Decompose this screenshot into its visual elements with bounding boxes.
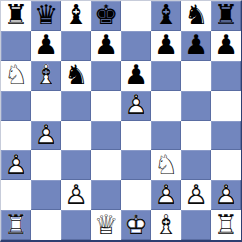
- piece-glyph-outline: ♙: [181, 180, 211, 210]
- square-b6[interactable]: ♝♗: [31, 61, 61, 91]
- square-a1[interactable]: ♜♖: [1, 210, 31, 240]
- square-f4[interactable]: [151, 121, 181, 151]
- square-c1[interactable]: [61, 210, 91, 240]
- square-h1[interactable]: ♜♖: [211, 210, 241, 240]
- square-a5[interactable]: [1, 91, 31, 121]
- square-b5[interactable]: [31, 91, 61, 121]
- square-a2[interactable]: [1, 180, 31, 210]
- chess-board-container: ♜♛♝♚♝♞♜♟♟♟♟♟♞♘♝♗♞♟♟♙♟♙♟♙♞♘♟♙♟♙♟♙♟♙♜♖♛♕♚♔…: [0, 0, 242, 242]
- white-pawn-b4[interactable]: ♟♙: [31, 121, 61, 151]
- square-e8[interactable]: [121, 1, 151, 31]
- piece-glyph-fill: ♜: [211, 1, 241, 31]
- square-e4[interactable]: [121, 121, 151, 151]
- piece-glyph-outline: ♕: [91, 210, 121, 240]
- black-pawn-b7[interactable]: ♟: [31, 31, 61, 61]
- square-f7[interactable]: ♟: [151, 31, 181, 61]
- piece-glyph-outline: ♘: [1, 61, 31, 91]
- square-d2[interactable]: [91, 180, 121, 210]
- piece-glyph-fill: ♟: [181, 31, 211, 61]
- square-a3[interactable]: ♟♙: [1, 150, 31, 180]
- black-king-d8[interactable]: ♚: [91, 1, 121, 31]
- square-e6[interactable]: ♟: [121, 61, 151, 91]
- square-g5[interactable]: [181, 91, 211, 121]
- black-rook-a8[interactable]: ♜: [1, 1, 31, 31]
- square-a4[interactable]: [1, 121, 31, 151]
- piece-glyph-outline: ♘: [151, 150, 181, 180]
- square-h5[interactable]: [211, 91, 241, 121]
- square-e3[interactable]: [121, 150, 151, 180]
- square-h7[interactable]: ♟: [211, 31, 241, 61]
- piece-glyph-outline: ♗: [151, 210, 181, 240]
- square-b4[interactable]: ♟♙: [31, 121, 61, 151]
- square-a7[interactable]: [1, 31, 31, 61]
- piece-glyph-fill: ♜: [1, 1, 31, 31]
- piece-glyph-fill: ♟: [121, 61, 151, 91]
- square-g6[interactable]: [181, 61, 211, 91]
- square-f5[interactable]: [151, 91, 181, 121]
- black-knight-c6[interactable]: ♞: [61, 61, 91, 91]
- square-h6[interactable]: [211, 61, 241, 91]
- square-h2[interactable]: ♟♙: [211, 180, 241, 210]
- square-h4[interactable]: [211, 121, 241, 151]
- black-pawn-f7[interactable]: ♟: [151, 31, 181, 61]
- square-e2[interactable]: [121, 180, 151, 210]
- square-d5[interactable]: [91, 91, 121, 121]
- square-b1[interactable]: [31, 210, 61, 240]
- square-g2[interactable]: ♟♙: [181, 180, 211, 210]
- black-rook-h8[interactable]: ♜: [211, 1, 241, 31]
- white-bishop-f1[interactable]: ♝♗: [151, 210, 181, 240]
- square-c3[interactable]: [61, 150, 91, 180]
- square-c4[interactable]: [61, 121, 91, 151]
- square-d1[interactable]: ♛♕: [91, 210, 121, 240]
- square-g8[interactable]: ♞: [181, 1, 211, 31]
- white-rook-a1[interactable]: ♜♖: [1, 210, 31, 240]
- piece-glyph-fill: ♟: [91, 31, 121, 61]
- piece-glyph-outline: ♙: [151, 180, 181, 210]
- square-h8[interactable]: ♜: [211, 1, 241, 31]
- square-d8[interactable]: ♚: [91, 1, 121, 31]
- white-pawn-h2[interactable]: ♟♙: [211, 180, 241, 210]
- square-h3[interactable]: [211, 150, 241, 180]
- square-f3[interactable]: ♞♘: [151, 150, 181, 180]
- square-d4[interactable]: [91, 121, 121, 151]
- square-b3[interactable]: [31, 150, 61, 180]
- black-knight-g8[interactable]: ♞: [181, 1, 211, 31]
- square-f1[interactable]: ♝♗: [151, 210, 181, 240]
- piece-glyph-fill: ♚: [91, 1, 121, 31]
- white-rook-h1[interactable]: ♜♖: [211, 210, 241, 240]
- piece-glyph-fill: ♟: [31, 31, 61, 61]
- piece-glyph-outline: ♙: [61, 180, 91, 210]
- black-pawn-d7[interactable]: ♟: [91, 31, 121, 61]
- square-c8[interactable]: ♝: [61, 1, 91, 31]
- black-bishop-f8[interactable]: ♝: [151, 1, 181, 31]
- square-d6[interactable]: [91, 61, 121, 91]
- square-g3[interactable]: [181, 150, 211, 180]
- white-bishop-b6[interactable]: ♝♗: [31, 61, 61, 91]
- piece-glyph-fill: ♛: [31, 1, 61, 31]
- square-e7[interactable]: [121, 31, 151, 61]
- black-queen-b8[interactable]: ♛: [31, 1, 61, 31]
- square-c5[interactable]: [61, 91, 91, 121]
- square-c7[interactable]: [61, 31, 91, 61]
- square-d3[interactable]: [91, 150, 121, 180]
- square-b2[interactable]: [31, 180, 61, 210]
- square-d7[interactable]: ♟: [91, 31, 121, 61]
- piece-glyph-fill: ♟: [211, 31, 241, 61]
- square-a6[interactable]: ♞♘: [1, 61, 31, 91]
- white-pawn-c2[interactable]: ♟♙: [61, 180, 91, 210]
- black-bishop-c8[interactable]: ♝: [61, 1, 91, 31]
- square-c2[interactable]: ♟♙: [61, 180, 91, 210]
- chess-board: ♜♛♝♚♝♞♜♟♟♟♟♟♞♘♝♗♞♟♟♙♟♙♟♙♞♘♟♙♟♙♟♙♟♙♜♖♛♕♚♔…: [0, 0, 242, 242]
- square-g7[interactable]: ♟: [181, 31, 211, 61]
- piece-glyph-outline: ♖: [211, 210, 241, 240]
- white-king-e1[interactable]: ♚♔: [121, 210, 151, 240]
- square-g4[interactable]: [181, 121, 211, 151]
- piece-glyph-outline: ♔: [121, 210, 151, 240]
- piece-glyph-fill: ♝: [61, 1, 91, 31]
- piece-glyph-outline: ♖: [1, 210, 31, 240]
- piece-glyph-outline: ♙: [31, 121, 61, 151]
- white-knight-f3[interactable]: ♞♘: [151, 150, 181, 180]
- white-queen-d1[interactable]: ♛♕: [91, 210, 121, 240]
- black-pawn-g7[interactable]: ♟: [181, 31, 211, 61]
- piece-glyph-fill: ♟: [151, 31, 181, 61]
- piece-glyph-outline: ♙: [121, 91, 151, 121]
- black-pawn-h7[interactable]: ♟: [211, 31, 241, 61]
- square-b8[interactable]: ♛: [31, 1, 61, 31]
- black-pawn-e6[interactable]: ♟: [121, 61, 151, 91]
- piece-glyph-fill: ♞: [61, 61, 91, 91]
- piece-glyph-outline: ♙: [1, 150, 31, 180]
- square-c6[interactable]: ♞: [61, 61, 91, 91]
- square-g1[interactable]: [181, 210, 211, 240]
- piece-glyph-outline: ♙: [211, 180, 241, 210]
- white-pawn-a3[interactable]: ♟♙: [1, 150, 31, 180]
- white-pawn-f2[interactable]: ♟♙: [151, 180, 181, 210]
- square-f2[interactable]: ♟♙: [151, 180, 181, 210]
- square-f6[interactable]: [151, 61, 181, 91]
- white-pawn-g2[interactable]: ♟♙: [181, 180, 211, 210]
- piece-glyph-fill: ♞: [181, 1, 211, 31]
- white-knight-a6[interactable]: ♞♘: [1, 61, 31, 91]
- square-b7[interactable]: ♟: [31, 31, 61, 61]
- piece-glyph-fill: ♝: [151, 1, 181, 31]
- square-e1[interactable]: ♚♔: [121, 210, 151, 240]
- square-a8[interactable]: ♜: [1, 1, 31, 31]
- white-pawn-e5[interactable]: ♟♙: [121, 91, 151, 121]
- square-f8[interactable]: ♝: [151, 1, 181, 31]
- piece-glyph-outline: ♗: [31, 61, 61, 91]
- square-e5[interactable]: ♟♙: [121, 91, 151, 121]
